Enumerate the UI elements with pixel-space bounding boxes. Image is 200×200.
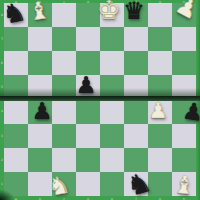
black-pawn-d5[interactable]: ♟ xyxy=(76,74,97,97)
square-a1[interactable] xyxy=(4,172,28,196)
file-label-bottom-d: d xyxy=(87,197,89,200)
square-e7[interactable] xyxy=(100,27,124,51)
file-label-bottom-e: e xyxy=(111,197,113,200)
black-knight-a8[interactable]: ♞ xyxy=(0,0,28,28)
square-f7[interactable] xyxy=(124,27,148,51)
square-b5[interactable] xyxy=(28,75,52,99)
square-h3[interactable] xyxy=(172,124,196,148)
rank-label-left-7: 7 xyxy=(1,38,3,41)
square-c2[interactable] xyxy=(52,148,76,172)
square-e6[interactable] xyxy=(100,51,124,75)
white-pawn-g4[interactable]: ♟ xyxy=(148,100,168,122)
black-pawn-h4[interactable]: ♟ xyxy=(181,99,200,125)
square-b2[interactable] xyxy=(28,148,52,172)
square-e5[interactable] xyxy=(100,75,124,99)
square-g5[interactable] xyxy=(148,75,172,99)
square-g3[interactable] xyxy=(148,124,172,148)
square-b7[interactable] xyxy=(28,27,52,51)
file-label-bottom-b: b xyxy=(39,197,41,200)
square-g6[interactable] xyxy=(148,51,172,75)
chess-board-photo: aabbccddeeffgghh87654321 ♞♝♚♛♟♟♟♟♟♞♞♝ xyxy=(0,0,200,200)
black-pawn-b4[interactable]: ♟ xyxy=(32,100,53,123)
square-a4[interactable] xyxy=(4,100,28,124)
square-e2[interactable] xyxy=(100,148,124,172)
square-d3[interactable] xyxy=(76,124,100,148)
square-f5[interactable] xyxy=(124,75,148,99)
black-queen-f8[interactable]: ♛ xyxy=(123,0,145,23)
rank-label-left-1: 1 xyxy=(1,182,3,185)
file-label-bottom-g: g xyxy=(159,197,161,200)
white-knight-c1[interactable]: ♞ xyxy=(46,172,71,199)
square-d2[interactable] xyxy=(76,148,100,172)
square-a2[interactable] xyxy=(4,148,28,172)
rank-label-left-2: 2 xyxy=(1,158,3,161)
square-c7[interactable] xyxy=(52,27,76,51)
square-h5[interactable] xyxy=(172,75,196,99)
white-bishop-h1[interactable]: ♝ xyxy=(172,171,197,198)
file-label-bottom-a: a xyxy=(15,197,17,200)
white-king-e8[interactable]: ♚ xyxy=(97,0,120,23)
square-c8[interactable] xyxy=(52,3,76,27)
square-c3[interactable] xyxy=(52,124,76,148)
square-a5[interactable] xyxy=(4,75,28,99)
square-f4[interactable] xyxy=(124,100,148,124)
square-e4[interactable] xyxy=(100,100,124,124)
white-bishop-b8[interactable]: ♝ xyxy=(27,0,52,24)
square-d4[interactable] xyxy=(76,100,100,124)
square-e1[interactable] xyxy=(100,172,124,196)
square-g2[interactable] xyxy=(148,148,172,172)
square-h6[interactable] xyxy=(172,51,196,75)
square-g7[interactable] xyxy=(148,27,172,51)
square-c5[interactable] xyxy=(52,75,76,99)
square-a3[interactable] xyxy=(4,124,28,148)
square-h7[interactable] xyxy=(172,27,196,51)
rank-label-left-3: 3 xyxy=(1,134,3,137)
square-d7[interactable] xyxy=(76,27,100,51)
square-h2[interactable] xyxy=(172,148,196,172)
rank-label-left-5: 5 xyxy=(1,86,3,89)
square-f3[interactable] xyxy=(124,124,148,148)
square-a7[interactable] xyxy=(4,27,28,51)
square-d1[interactable] xyxy=(76,172,100,196)
square-f6[interactable] xyxy=(124,51,148,75)
rank-label-left-4: 4 xyxy=(1,110,3,113)
square-c4[interactable] xyxy=(52,100,76,124)
square-e3[interactable] xyxy=(100,124,124,148)
square-b6[interactable] xyxy=(28,51,52,75)
square-a6[interactable] xyxy=(4,51,28,75)
square-g8[interactable] xyxy=(148,3,172,27)
square-c6[interactable] xyxy=(52,51,76,75)
square-b3[interactable] xyxy=(28,124,52,148)
rank-label-left-6: 6 xyxy=(1,62,3,65)
